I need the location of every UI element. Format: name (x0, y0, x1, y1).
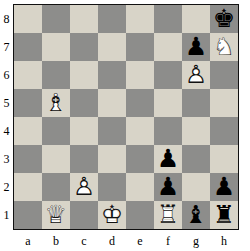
square-h8[interactable]: ♚ (210, 5, 238, 33)
piece-outline-glyph: ♖ (154, 201, 182, 229)
square-g4[interactable] (182, 117, 210, 145)
rank-label-3: 3 (0, 145, 13, 173)
piece-black-rook-h1[interactable]: ♜ (210, 201, 238, 229)
rank-labels: 87654321 (0, 5, 13, 229)
square-b6[interactable] (42, 61, 70, 89)
square-a3[interactable] (14, 145, 42, 173)
piece-white-pawn-c2[interactable]: ♟♙ (70, 173, 98, 201)
square-d3[interactable] (98, 145, 126, 173)
square-a2[interactable] (14, 173, 42, 201)
square-c8[interactable] (70, 5, 98, 33)
square-h6[interactable] (210, 61, 238, 89)
square-h2[interactable]: ♟ (210, 173, 238, 201)
square-f2[interactable]: ♟ (154, 173, 182, 201)
square-f8[interactable] (154, 5, 182, 33)
square-c3[interactable] (70, 145, 98, 173)
square-f6[interactable] (154, 61, 182, 89)
piece-outline-glyph: ♟ (154, 145, 182, 173)
square-a6[interactable] (14, 61, 42, 89)
rank-label-8: 8 (0, 5, 13, 33)
rank-label-5: 5 (0, 89, 13, 117)
piece-white-bishop-b5[interactable]: ♝♗ (42, 89, 70, 117)
square-d1[interactable]: ♚♔ (98, 201, 126, 229)
piece-white-queen-b1[interactable]: ♛♕ (42, 201, 70, 229)
square-h4[interactable] (210, 117, 238, 145)
piece-outline-glyph: ♚ (210, 5, 238, 33)
file-label-d: d (98, 232, 126, 250)
piece-white-pawn-g6[interactable]: ♟♙ (182, 61, 210, 89)
piece-white-knight-h7[interactable]: ♞♘ (210, 33, 238, 61)
piece-outline-glyph: ♜ (210, 201, 238, 229)
square-h5[interactable] (210, 89, 238, 117)
square-e7[interactable] (126, 33, 154, 61)
piece-black-pawn-h2[interactable]: ♟ (210, 173, 238, 201)
square-a8[interactable] (14, 5, 42, 33)
piece-outline-glyph: ♘ (210, 33, 238, 61)
square-g6[interactable]: ♟♙ (182, 61, 210, 89)
piece-outline-glyph: ♟ (210, 173, 238, 201)
square-g2[interactable] (182, 173, 210, 201)
piece-outline-glyph: ♕ (42, 201, 70, 229)
rank-label-7: 7 (0, 33, 13, 61)
square-b7[interactable] (42, 33, 70, 61)
square-g1[interactable]: ♝ (182, 201, 210, 229)
piece-outline-glyph: ♙ (70, 173, 98, 201)
square-c5[interactable] (70, 89, 98, 117)
piece-outline-glyph: ♗ (42, 89, 70, 117)
square-g5[interactable] (182, 89, 210, 117)
square-f1[interactable]: ♜♖ (154, 201, 182, 229)
square-d6[interactable] (98, 61, 126, 89)
square-e8[interactable] (126, 5, 154, 33)
square-h7[interactable]: ♞♘ (210, 33, 238, 61)
square-b8[interactable] (42, 5, 70, 33)
file-labels: abcdefgh (14, 232, 238, 250)
square-e4[interactable] (126, 117, 154, 145)
square-g7[interactable]: ♟ (182, 33, 210, 61)
square-g3[interactable] (182, 145, 210, 173)
square-c2[interactable]: ♟♙ (70, 173, 98, 201)
piece-black-pawn-f3[interactable]: ♟ (154, 145, 182, 173)
square-d8[interactable] (98, 5, 126, 33)
board: ♚♟♞♘♟♙♝♗♟♟♙♟♟♛♕♚♔♜♖♝♜ (13, 4, 239, 230)
square-b4[interactable] (42, 117, 70, 145)
square-d2[interactable] (98, 173, 126, 201)
chess-diagram: 87654321 ♚♟♞♘♟♙♝♗♟♟♙♟♟♛♕♚♔♜♖♝♜ abcdefgh (0, 0, 250, 251)
piece-outline-glyph: ♟ (182, 33, 210, 61)
square-c4[interactable] (70, 117, 98, 145)
piece-outline-glyph: ♙ (182, 61, 210, 89)
square-b3[interactable] (42, 145, 70, 173)
file-label-a: a (14, 232, 42, 250)
square-d7[interactable] (98, 33, 126, 61)
piece-outline-glyph: ♝ (182, 201, 210, 229)
square-a5[interactable] (14, 89, 42, 117)
square-h3[interactable] (210, 145, 238, 173)
rank-label-2: 2 (0, 173, 13, 201)
piece-black-king-h8[interactable]: ♚ (210, 5, 238, 33)
square-g8[interactable] (182, 5, 210, 33)
file-label-f: f (154, 232, 182, 250)
square-a4[interactable] (14, 117, 42, 145)
square-e2[interactable] (126, 173, 154, 201)
piece-white-rook-f1[interactable]: ♜♖ (154, 201, 182, 229)
rank-label-6: 6 (0, 61, 13, 89)
square-f4[interactable] (154, 117, 182, 145)
piece-outline-glyph: ♔ (98, 201, 126, 229)
square-b2[interactable] (42, 173, 70, 201)
square-b5[interactable]: ♝♗ (42, 89, 70, 117)
file-label-h: h (210, 232, 238, 250)
piece-outline-glyph: ♟ (154, 173, 182, 201)
square-a1[interactable] (14, 201, 42, 229)
square-b1[interactable]: ♛♕ (42, 201, 70, 229)
square-e3[interactable] (126, 145, 154, 173)
square-h1[interactable]: ♜ (210, 201, 238, 229)
square-c1[interactable] (70, 201, 98, 229)
piece-black-bishop-g1[interactable]: ♝ (182, 201, 210, 229)
piece-black-pawn-g7[interactable]: ♟ (182, 33, 210, 61)
piece-white-king-d1[interactable]: ♚♔ (98, 201, 126, 229)
square-a7[interactable] (14, 33, 42, 61)
file-label-e: e (126, 232, 154, 250)
piece-black-pawn-f2[interactable]: ♟ (154, 173, 182, 201)
square-d4[interactable] (98, 117, 126, 145)
file-label-b: b (42, 232, 70, 250)
square-e6[interactable] (126, 61, 154, 89)
rank-label-4: 4 (0, 117, 13, 145)
square-f3[interactable]: ♟ (154, 145, 182, 173)
file-label-g: g (182, 232, 210, 250)
square-f7[interactable] (154, 33, 182, 61)
square-f5[interactable] (154, 89, 182, 117)
square-e1[interactable] (126, 201, 154, 229)
square-d5[interactable] (98, 89, 126, 117)
square-c7[interactable] (70, 33, 98, 61)
rank-label-1: 1 (0, 201, 13, 229)
file-label-c: c (70, 232, 98, 250)
square-c6[interactable] (70, 61, 98, 89)
square-e5[interactable] (126, 89, 154, 117)
